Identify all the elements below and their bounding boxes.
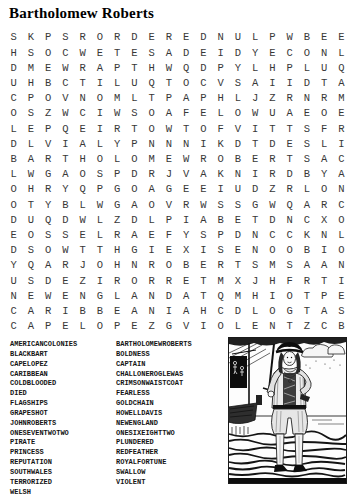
grid-cell-r19c10[interactable]: I	[160, 304, 177, 319]
grid-cell-r19c19[interactable]: A	[316, 304, 333, 319]
grid-cell-r3c8[interactable]: T	[126, 60, 143, 75]
grid-cell-r10c5[interactable]: O	[74, 167, 91, 182]
grid-cell-r19c13[interactable]: C	[212, 304, 229, 319]
grid-cell-r15c15[interactable]: N	[247, 243, 264, 258]
grid-cell-r8c5[interactable]: A	[74, 136, 91, 151]
grid-cell-r10c20[interactable]: A	[333, 167, 350, 182]
grid-cell-r9c12[interactable]: R	[195, 152, 212, 167]
grid-cell-r4c5[interactable]: T	[74, 76, 91, 91]
grid-cell-r14c4[interactable]: S	[57, 228, 74, 243]
grid-cell-r15c12[interactable]: I	[195, 243, 212, 258]
grid-cell-r3c10[interactable]: W	[160, 60, 177, 75]
grid-cell-r20c10[interactable]: G	[160, 319, 177, 334]
grid-cell-r18c7[interactable]: L	[109, 288, 126, 303]
grid-cell-r6c18[interactable]: E	[298, 106, 315, 121]
grid-cell-r7c8[interactable]: T	[126, 121, 143, 136]
grid-cell-r19c11[interactable]: A	[178, 304, 195, 319]
grid-cell-r8c16[interactable]: D	[264, 136, 281, 151]
grid-cell-r5c20[interactable]: M	[333, 91, 350, 106]
grid-cell-r8c7[interactable]: Y	[109, 136, 126, 151]
grid-cell-r2c10[interactable]: A	[160, 45, 177, 60]
grid-cell-r10c1[interactable]: L	[5, 167, 22, 182]
grid-cell-r4c15[interactable]: A	[247, 76, 264, 91]
grid-cell-r15c16[interactable]: O	[264, 243, 281, 258]
grid-cell-r16c2[interactable]: Q	[22, 258, 39, 273]
grid-cell-r17c1[interactable]: U	[5, 273, 22, 288]
grid-cell-r17c9[interactable]: R	[143, 273, 160, 288]
grid-cell-r14c11[interactable]: Y	[178, 228, 195, 243]
grid-cell-r11c12[interactable]: E	[195, 182, 212, 197]
grid-cell-r14c15[interactable]: N	[247, 228, 264, 243]
grid-cell-r3c15[interactable]: L	[247, 60, 264, 75]
grid-cell-r5c19[interactable]: R	[316, 91, 333, 106]
grid-cell-r4c16[interactable]: I	[264, 76, 281, 91]
grid-cell-r17c19[interactable]: T	[316, 273, 333, 288]
grid-cell-r7c5[interactable]: E	[74, 121, 91, 136]
grid-cell-r13c6[interactable]: L	[91, 212, 108, 227]
grid-cell-r5c8[interactable]: L	[126, 91, 143, 106]
grid-cell-r3c7[interactable]: P	[109, 60, 126, 75]
grid-cell-r5c14[interactable]: L	[229, 91, 246, 106]
grid-cell-r15c2[interactable]: S	[22, 243, 39, 258]
grid-cell-r1c5[interactable]: R	[74, 30, 91, 45]
grid-cell-r20c4[interactable]: E	[57, 319, 74, 334]
grid-cell-r17c2[interactable]: S	[22, 273, 39, 288]
grid-cell-r1c6[interactable]: O	[91, 30, 108, 45]
grid-cell-r7c11[interactable]: T	[178, 121, 195, 136]
grid-cell-r15c10[interactable]: E	[160, 243, 177, 258]
grid-cell-r7c20[interactable]: R	[333, 121, 350, 136]
grid-cell-r18c16[interactable]: I	[264, 288, 281, 303]
grid-cell-r19c4[interactable]: I	[57, 304, 74, 319]
grid-cell-r5c15[interactable]: J	[247, 91, 264, 106]
grid-cell-r19c3[interactable]: R	[40, 304, 57, 319]
grid-cell-r14c1[interactable]: E	[5, 228, 22, 243]
grid-cell-r6c9[interactable]: O	[143, 106, 160, 121]
grid-cell-r17c3[interactable]: D	[40, 273, 57, 288]
grid-cell-r1c13[interactable]: N	[212, 30, 229, 45]
grid-cell-r13c15[interactable]: T	[247, 212, 264, 227]
grid-cell-r1c15[interactable]: L	[247, 30, 264, 45]
grid-cell-r3c19[interactable]: U	[316, 60, 333, 75]
grid-cell-r13c8[interactable]: D	[126, 212, 143, 227]
grid-cell-r6c8[interactable]: S	[126, 106, 143, 121]
grid-cell-r15c18[interactable]: B	[298, 243, 315, 258]
grid-cell-r6c14[interactable]: O	[229, 106, 246, 121]
grid-cell-r10c12[interactable]: A	[195, 167, 212, 182]
grid-cell-r12c3[interactable]: Y	[40, 197, 57, 212]
grid-cell-r18c9[interactable]: N	[143, 288, 160, 303]
grid-cell-r18c13[interactable]: Q	[212, 288, 229, 303]
grid-cell-r20c5[interactable]: L	[74, 319, 91, 334]
grid-cell-r15c8[interactable]: G	[126, 243, 143, 258]
grid-cell-r12c20[interactable]: C	[333, 197, 350, 212]
grid-cell-r16c1[interactable]: Y	[5, 258, 22, 273]
grid-cell-r1c4[interactable]: S	[57, 30, 74, 45]
grid-cell-r5c1[interactable]: C	[5, 91, 22, 106]
grid-cell-r14c18[interactable]: K	[298, 228, 315, 243]
grid-cell-r2c13[interactable]: I	[212, 45, 229, 60]
grid-cell-r1c9[interactable]: E	[143, 30, 160, 45]
grid-cell-r1c10[interactable]: R	[160, 30, 177, 45]
grid-cell-r4c2[interactable]: H	[22, 76, 39, 91]
grid-cell-r17c20[interactable]: I	[333, 273, 350, 288]
grid-cell-r12c15[interactable]: G	[247, 197, 264, 212]
grid-cell-r16c17[interactable]: S	[281, 258, 298, 273]
grid-cell-r2c15[interactable]: Y	[247, 45, 264, 60]
grid-cell-r17c8[interactable]: O	[126, 273, 143, 288]
grid-cell-r18c10[interactable]: D	[160, 288, 177, 303]
grid-cell-r5c3[interactable]: O	[40, 91, 57, 106]
grid-cell-r9c2[interactable]: A	[22, 152, 39, 167]
grid-cell-r9c4[interactable]: T	[57, 152, 74, 167]
grid-cell-r10c6[interactable]: S	[91, 167, 108, 182]
grid-cell-r14c13[interactable]: P	[212, 228, 229, 243]
grid-cell-r3c18[interactable]: L	[298, 60, 315, 75]
grid-cell-r7c3[interactable]: P	[40, 121, 57, 136]
grid-cell-r10c8[interactable]: D	[126, 167, 143, 182]
grid-cell-r12c8[interactable]: A	[126, 197, 143, 212]
grid-cell-r11c20[interactable]: N	[333, 182, 350, 197]
grid-cell-r20c17[interactable]: T	[281, 319, 298, 334]
grid-cell-r7c19[interactable]: F	[316, 121, 333, 136]
grid-cell-r13c18[interactable]: C	[298, 212, 315, 227]
grid-cell-r3c6[interactable]: A	[91, 60, 108, 75]
grid-cell-r16c15[interactable]: S	[247, 258, 264, 273]
grid-cell-r5c7[interactable]: M	[109, 91, 126, 106]
grid-cell-r2c3[interactable]: O	[40, 45, 57, 60]
grid-cell-r14c17[interactable]: C	[281, 228, 298, 243]
grid-cell-r9c19[interactable]: A	[316, 152, 333, 167]
grid-cell-r11c7[interactable]: G	[109, 182, 126, 197]
grid-cell-r7c14[interactable]: V	[229, 121, 246, 136]
grid-cell-r7c6[interactable]: I	[91, 121, 108, 136]
grid-cell-r19c14[interactable]: D	[229, 304, 246, 319]
grid-cell-r2c5[interactable]: W	[74, 45, 91, 60]
grid-cell-r2c20[interactable]: L	[333, 45, 350, 60]
grid-cell-r19c18[interactable]: T	[298, 304, 315, 319]
grid-cell-r15c14[interactable]: E	[229, 243, 246, 258]
grid-cell-r5c6[interactable]: O	[91, 91, 108, 106]
grid-cell-r6c5[interactable]: C	[74, 106, 91, 121]
grid-cell-r14c9[interactable]: E	[143, 228, 160, 243]
grid-cell-r20c3[interactable]: P	[40, 319, 57, 334]
grid-cell-r2c2[interactable]: S	[22, 45, 39, 60]
grid-cell-r6c19[interactable]: O	[316, 106, 333, 121]
grid-cell-r6c11[interactable]: F	[178, 106, 195, 121]
grid-cell-r13c14[interactable]: E	[229, 212, 246, 227]
grid-cell-r4c1[interactable]: U	[5, 76, 22, 91]
grid-cell-r19c1[interactable]: C	[5, 304, 22, 319]
grid-cell-r12c18[interactable]: A	[298, 197, 315, 212]
grid-cell-r8c9[interactable]: N	[143, 136, 160, 151]
grid-cell-r10c3[interactable]: G	[40, 167, 57, 182]
grid-cell-r6c2[interactable]: S	[22, 106, 39, 121]
grid-cell-r5c4[interactable]: V	[57, 91, 74, 106]
grid-cell-r13c4[interactable]: D	[57, 212, 74, 227]
grid-cell-r7c18[interactable]: S	[298, 121, 315, 136]
grid-cell-r3c3[interactable]: E	[40, 60, 57, 75]
grid-cell-r11c11[interactable]: E	[178, 182, 195, 197]
grid-cell-r4c10[interactable]: T	[160, 76, 177, 91]
grid-cell-r15c19[interactable]: I	[316, 243, 333, 258]
grid-cell-r16c11[interactable]: B	[178, 258, 195, 273]
grid-cell-r13c7[interactable]: Z	[109, 212, 126, 227]
grid-cell-r14c10[interactable]: F	[160, 228, 177, 243]
grid-cell-r16c20[interactable]: N	[333, 258, 350, 273]
grid-cell-r12c6[interactable]: W	[91, 197, 108, 212]
grid-cell-r20c18[interactable]: Z	[298, 319, 315, 334]
grid-cell-r1c20[interactable]: E	[333, 30, 350, 45]
grid-cell-r8c6[interactable]: L	[91, 136, 108, 151]
grid-cell-r15c11[interactable]: X	[178, 243, 195, 258]
grid-cell-r10c10[interactable]: J	[160, 167, 177, 182]
grid-cell-r16c18[interactable]: A	[298, 258, 315, 273]
grid-cell-r14c14[interactable]: D	[229, 228, 246, 243]
grid-cell-r8c2[interactable]: L	[22, 136, 39, 151]
grid-cell-r11c1[interactable]: O	[5, 182, 22, 197]
grid-cell-r20c9[interactable]: Z	[143, 319, 160, 334]
grid-cell-r1c8[interactable]: D	[126, 30, 143, 45]
grid-cell-r6c16[interactable]: U	[264, 106, 281, 121]
grid-cell-r1c12[interactable]: D	[195, 30, 212, 45]
grid-cell-r6c12[interactable]: E	[195, 106, 212, 121]
grid-cell-r3c17[interactable]: P	[281, 60, 298, 75]
grid-cell-r7c13[interactable]: F	[212, 121, 229, 136]
grid-cell-r14c2[interactable]: O	[22, 228, 39, 243]
grid-cell-r14c3[interactable]: S	[40, 228, 57, 243]
grid-cell-r17c4[interactable]: E	[57, 273, 74, 288]
grid-cell-r8c18[interactable]: S	[298, 136, 315, 151]
grid-cell-r11c19[interactable]: O	[316, 182, 333, 197]
grid-cell-r3c20[interactable]: Q	[333, 60, 350, 75]
grid-cell-r10c2[interactable]: W	[22, 167, 39, 182]
grid-cell-r6c3[interactable]: Z	[40, 106, 57, 121]
grid-cell-r12c5[interactable]: L	[74, 197, 91, 212]
grid-cell-r17c15[interactable]: J	[247, 273, 264, 288]
grid-cell-r12c17[interactable]: Q	[281, 197, 298, 212]
grid-cell-r13c12[interactable]: A	[195, 212, 212, 227]
grid-cell-r18c15[interactable]: H	[247, 288, 264, 303]
grid-cell-r18c17[interactable]: O	[281, 288, 298, 303]
grid-cell-r13c1[interactable]: D	[5, 212, 22, 227]
grid-cell-r4c6[interactable]: I	[91, 76, 108, 91]
grid-cell-r9c18[interactable]: S	[298, 152, 315, 167]
grid-cell-r8c17[interactable]: E	[281, 136, 298, 151]
grid-cell-r15c9[interactable]: I	[143, 243, 160, 258]
grid-cell-r15c13[interactable]: S	[212, 243, 229, 258]
grid-cell-r4c3[interactable]: B	[40, 76, 57, 91]
grid-cell-r11c8[interactable]: O	[126, 182, 143, 197]
grid-cell-r18c2[interactable]: E	[22, 288, 39, 303]
grid-cell-r17c5[interactable]: Z	[74, 273, 91, 288]
grid-cell-r6c6[interactable]: I	[91, 106, 108, 121]
grid-cell-r9c16[interactable]: R	[264, 152, 281, 167]
grid-cell-r9c14[interactable]: B	[229, 152, 246, 167]
grid-cell-r10c11[interactable]: V	[178, 167, 195, 182]
grid-cell-r19c17[interactable]: G	[281, 304, 298, 319]
grid-cell-r14c7[interactable]: R	[109, 228, 126, 243]
grid-cell-r15c6[interactable]: T	[91, 243, 108, 258]
grid-cell-r13c13[interactable]: B	[212, 212, 229, 227]
grid-cell-r14c19[interactable]: N	[316, 228, 333, 243]
grid-cell-r20c14[interactable]: L	[229, 319, 246, 334]
grid-cell-r1c16[interactable]: P	[264, 30, 281, 45]
grid-cell-r16c4[interactable]: R	[57, 258, 74, 273]
grid-cell-r19c9[interactable]: N	[143, 304, 160, 319]
grid-cell-r15c4[interactable]: W	[57, 243, 74, 258]
grid-cell-r11c2[interactable]: H	[22, 182, 39, 197]
grid-cell-r14c12[interactable]: S	[195, 228, 212, 243]
grid-cell-r4c17[interactable]: I	[281, 76, 298, 91]
grid-cell-r5c11[interactable]: A	[178, 91, 195, 106]
grid-cell-r16c5[interactable]: J	[74, 258, 91, 273]
grid-cell-r14c20[interactable]: L	[333, 228, 350, 243]
grid-cell-r19c16[interactable]: O	[264, 304, 281, 319]
grid-cell-r1c17[interactable]: W	[281, 30, 298, 45]
grid-cell-r12c7[interactable]: G	[109, 197, 126, 212]
grid-cell-r2c6[interactable]: E	[91, 45, 108, 60]
grid-cell-r12c9[interactable]: O	[143, 197, 160, 212]
grid-cell-r9c1[interactable]: B	[5, 152, 22, 167]
grid-cell-r18c1[interactable]: N	[5, 288, 22, 303]
grid-cell-r2c12[interactable]: E	[195, 45, 212, 60]
grid-cell-r13c16[interactable]: D	[264, 212, 281, 227]
grid-cell-r10c15[interactable]: I	[247, 167, 264, 182]
grid-cell-r11c14[interactable]: U	[229, 182, 246, 197]
grid-cell-r9c17[interactable]: T	[281, 152, 298, 167]
grid-cell-r8c19[interactable]: L	[316, 136, 333, 151]
grid-cell-r9c8[interactable]: O	[126, 152, 143, 167]
grid-cell-r20c2[interactable]: A	[22, 319, 39, 334]
grid-cell-r18c5[interactable]: N	[74, 288, 91, 303]
grid-cell-r4c11[interactable]: O	[178, 76, 195, 91]
grid-cell-r18c14[interactable]: M	[229, 288, 246, 303]
grid-cell-r11c5[interactable]: Q	[74, 182, 91, 197]
grid-cell-r17c11[interactable]: E	[178, 273, 195, 288]
grid-cell-r12c1[interactable]: O	[5, 197, 22, 212]
grid-cell-r20c13[interactable]: O	[212, 319, 229, 334]
grid-cell-r9c15[interactable]: E	[247, 152, 264, 167]
grid-cell-r3c4[interactable]: W	[57, 60, 74, 75]
grid-cell-r19c5[interactable]: B	[74, 304, 91, 319]
grid-cell-r18c20[interactable]: E	[333, 288, 350, 303]
grid-cell-r14c5[interactable]: E	[74, 228, 91, 243]
grid-cell-r18c12[interactable]: T	[195, 288, 212, 303]
grid-cell-r1c19[interactable]: E	[316, 30, 333, 45]
grid-cell-r12c4[interactable]: B	[57, 197, 74, 212]
grid-cell-r6c13[interactable]: L	[212, 106, 229, 121]
grid-cell-r7c7[interactable]: R	[109, 121, 126, 136]
grid-cell-r13c19[interactable]: X	[316, 212, 333, 227]
grid-cell-r11c6[interactable]: P	[91, 182, 108, 197]
grid-cell-r3c13[interactable]: P	[212, 60, 229, 75]
grid-cell-r19c8[interactable]: A	[126, 304, 143, 319]
grid-cell-r1c3[interactable]: P	[40, 30, 57, 45]
grid-cell-r11c16[interactable]: Z	[264, 182, 281, 197]
grid-cell-r16c3[interactable]: A	[40, 258, 57, 273]
grid-cell-r11c15[interactable]: D	[247, 182, 264, 197]
grid-cell-r12c2[interactable]: T	[22, 197, 39, 212]
grid-cell-r7c9[interactable]: O	[143, 121, 160, 136]
grid-cell-r16c12[interactable]: E	[195, 258, 212, 273]
grid-cell-r8c11[interactable]: N	[178, 136, 195, 151]
grid-cell-r7c12[interactable]: O	[195, 121, 212, 136]
grid-cell-r5c9[interactable]: T	[143, 91, 160, 106]
grid-cell-r6c17[interactable]: A	[281, 106, 298, 121]
grid-cell-r3c12[interactable]: D	[195, 60, 212, 75]
grid-cell-r3c1[interactable]: D	[5, 60, 22, 75]
grid-cell-r17c12[interactable]: T	[195, 273, 212, 288]
grid-cell-r16c10[interactable]: O	[160, 258, 177, 273]
grid-cell-r16c7[interactable]: H	[109, 258, 126, 273]
grid-cell-r4c8[interactable]: U	[126, 76, 143, 91]
grid-cell-r2c16[interactable]: E	[264, 45, 281, 60]
grid-cell-r13c10[interactable]: P	[160, 212, 177, 227]
grid-cell-r20c15[interactable]: E	[247, 319, 264, 334]
grid-cell-r11c4[interactable]: Y	[57, 182, 74, 197]
grid-cell-r4c4[interactable]: C	[57, 76, 74, 91]
grid-cell-r8c10[interactable]: N	[160, 136, 177, 151]
grid-cell-r16c8[interactable]: N	[126, 258, 143, 273]
grid-cell-r7c1[interactable]: L	[5, 121, 22, 136]
grid-cell-r17c16[interactable]: H	[264, 273, 281, 288]
grid-cell-r20c11[interactable]: V	[178, 319, 195, 334]
grid-cell-r13c20[interactable]: O	[333, 212, 350, 227]
grid-cell-r1c14[interactable]: U	[229, 30, 246, 45]
grid-cell-r9c9[interactable]: M	[143, 152, 160, 167]
grid-cell-r3c11[interactable]: Q	[178, 60, 195, 75]
grid-cell-r13c17[interactable]: N	[281, 212, 298, 227]
grid-cell-r2c8[interactable]: E	[126, 45, 143, 60]
grid-cell-r12c14[interactable]: S	[229, 197, 246, 212]
grid-cell-r3c9[interactable]: H	[143, 60, 160, 75]
grid-cell-r18c4[interactable]: E	[57, 288, 74, 303]
grid-cell-r2c17[interactable]: C	[281, 45, 298, 60]
grid-cell-r13c2[interactable]: U	[22, 212, 39, 227]
grid-cell-r1c7[interactable]: R	[109, 30, 126, 45]
grid-cell-r18c18[interactable]: T	[298, 288, 315, 303]
grid-cell-r10c17[interactable]: D	[281, 167, 298, 182]
grid-cell-r2c11[interactable]: D	[178, 45, 195, 60]
grid-cell-r4c18[interactable]: D	[298, 76, 315, 91]
grid-cell-r18c8[interactable]: A	[126, 288, 143, 303]
grid-cell-r20c6[interactable]: O	[91, 319, 108, 334]
grid-cell-r15c7[interactable]: H	[109, 243, 126, 258]
grid-cell-r9c13[interactable]: O	[212, 152, 229, 167]
grid-cell-r8c1[interactable]: D	[5, 136, 22, 151]
grid-cell-r15c5[interactable]: T	[74, 243, 91, 258]
grid-cell-r19c6[interactable]: B	[91, 304, 108, 319]
grid-cell-r7c16[interactable]: T	[264, 121, 281, 136]
grid-cell-r15c20[interactable]: O	[333, 243, 350, 258]
grid-cell-r10c9[interactable]: R	[143, 167, 160, 182]
grid-cell-r18c6[interactable]: G	[91, 288, 108, 303]
grid-cell-r15c17[interactable]: O	[281, 243, 298, 258]
grid-cell-r11c10[interactable]: G	[160, 182, 177, 197]
grid-cell-r12c12[interactable]: W	[195, 197, 212, 212]
grid-cell-r6c7[interactable]: W	[109, 106, 126, 121]
grid-cell-r19c12[interactable]: H	[195, 304, 212, 319]
grid-cell-r5c13[interactable]: H	[212, 91, 229, 106]
grid-cell-r15c1[interactable]: D	[5, 243, 22, 258]
grid-cell-r19c20[interactable]: S	[333, 304, 350, 319]
grid-cell-r10c14[interactable]: N	[229, 167, 246, 182]
grid-cell-r2c1[interactable]: H	[5, 45, 22, 60]
grid-cell-r5c16[interactable]: Z	[264, 91, 281, 106]
grid-cell-r19c2[interactable]: A	[22, 304, 39, 319]
grid-cell-r3c14[interactable]: Y	[229, 60, 246, 75]
